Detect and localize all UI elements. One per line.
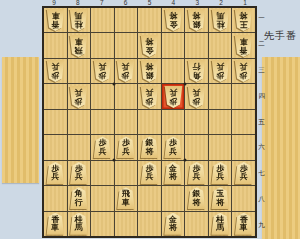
piece-sente-pawn[interactable]: 歩兵 [69, 162, 88, 184]
square-6f[interactable]: 歩兵 [115, 135, 138, 159]
square-9h[interactable] [44, 186, 67, 210]
piece-sente-lance[interactable]: 香車 [234, 213, 253, 235]
piece-sente-pawn[interactable]: 歩兵 [187, 162, 206, 184]
square-2a[interactable]: 桂馬 [209, 8, 232, 32]
square-9a[interactable]: 香車 [44, 8, 67, 32]
square-4h[interactable] [162, 186, 185, 210]
piece-sente-silver[interactable]: 銀将 [187, 187, 206, 209]
square-6d[interactable] [115, 84, 138, 108]
square-3h[interactable]: 銀将 [185, 186, 208, 210]
square-4g[interactable]: 金将 [162, 161, 185, 185]
square-1g[interactable]: 歩兵 [232, 161, 255, 185]
square-6c[interactable]: 歩兵 [115, 59, 138, 83]
square-6a[interactable] [115, 8, 138, 32]
square-2e[interactable] [209, 110, 232, 134]
square-7h[interactable] [91, 186, 114, 210]
square-7f[interactable]: 歩兵 [91, 135, 114, 159]
square-9d[interactable] [44, 84, 67, 108]
piece-sente-pawn[interactable]: 歩兵 [116, 136, 135, 158]
square-2c[interactable]: 歩兵 [209, 59, 232, 83]
square-1f[interactable] [232, 135, 255, 159]
piece-gote-pawn[interactable]: 歩兵 [164, 86, 183, 108]
shogi-board: 香車桂馬金将銀将桂馬王将飛車金将香車歩兵歩兵歩兵銀将角行歩兵歩兵歩兵歩兵歩兵歩兵… [42, 6, 257, 238]
piece-gote-pawn[interactable]: 歩兵 [116, 60, 135, 82]
square-2g[interactable]: 歩兵 [209, 161, 232, 185]
piece-sente-pawn[interactable]: 歩兵 [164, 136, 183, 158]
piece-sente-gold[interactable]: 金将 [164, 213, 183, 235]
piece-gote-knight[interactable]: 桂馬 [69, 9, 88, 31]
square-5b[interactable]: 金将 [138, 33, 161, 57]
square-8b[interactable]: 飛車 [68, 33, 91, 57]
piece-gote-pawn[interactable]: 歩兵 [234, 60, 253, 82]
square-4b[interactable] [162, 33, 185, 57]
piece-sente-gold[interactable]: 金将 [164, 162, 183, 184]
piece-gote-pawn[interactable]: 歩兵 [187, 86, 206, 108]
square-7c[interactable]: 歩兵 [91, 59, 114, 83]
piece-sente-knight[interactable]: 桂馬 [69, 213, 88, 235]
shogi-app: 987654321 一二三四五六七八九 香車桂馬金将銀将桂馬王将飛車金将香車歩兵… [0, 0, 300, 239]
square-8c[interactable] [68, 59, 91, 83]
square-3i[interactable] [185, 212, 208, 236]
piece-sente-pawn[interactable]: 歩兵 [211, 162, 230, 184]
square-2b[interactable] [209, 33, 232, 57]
rank-label: 七 [257, 161, 266, 187]
square-3e[interactable] [185, 110, 208, 134]
sente-komadai [262, 57, 300, 239]
square-5e[interactable] [138, 110, 161, 134]
square-2d[interactable] [209, 84, 232, 108]
rank-label: 九 [257, 212, 266, 238]
square-9g[interactable]: 歩兵 [44, 161, 67, 185]
hoshi-dot [183, 83, 186, 86]
rank-label: 六 [257, 135, 266, 161]
square-4f[interactable]: 歩兵 [162, 135, 185, 159]
square-8d[interactable]: 歩兵 [68, 84, 91, 108]
square-5f[interactable]: 銀将 [138, 135, 161, 159]
square-8f[interactable] [68, 135, 91, 159]
piece-sente-knight[interactable]: 桂馬 [211, 213, 230, 235]
piece-gote-silver[interactable]: 銀将 [187, 9, 206, 31]
hoshi-dot [113, 159, 116, 162]
turn-indicator: 先手番 [264, 29, 297, 43]
piece-sente-silver[interactable]: 銀将 [140, 136, 159, 158]
piece-gote-pawn[interactable]: 歩兵 [69, 86, 88, 108]
square-5c[interactable]: 銀将 [138, 59, 161, 83]
square-7i[interactable] [91, 212, 114, 236]
piece-gote-king[interactable]: 王将 [234, 9, 253, 31]
square-3g[interactable]: 歩兵 [185, 161, 208, 185]
square-2i[interactable]: 桂馬 [209, 212, 232, 236]
square-3a[interactable]: 銀将 [185, 8, 208, 32]
piece-sente-rook[interactable]: 飛車 [116, 187, 135, 209]
piece-gote-silver[interactable]: 銀将 [140, 60, 159, 82]
piece-sente-lance[interactable]: 香車 [46, 213, 65, 235]
square-1d[interactable] [232, 84, 255, 108]
piece-gote-pawn[interactable]: 歩兵 [140, 86, 159, 108]
gote-komadai [2, 57, 39, 183]
square-9c[interactable]: 歩兵 [44, 59, 67, 83]
piece-sente-pawn[interactable]: 歩兵 [234, 162, 253, 184]
square-3c[interactable]: 角行 [185, 59, 208, 83]
piece-gote-lance[interactable]: 香車 [46, 9, 65, 31]
rank-label: 四 [257, 83, 266, 109]
piece-gote-gold[interactable]: 金将 [140, 35, 159, 57]
square-7b[interactable] [91, 33, 114, 57]
square-4i[interactable]: 金将 [162, 212, 185, 236]
square-8a[interactable]: 桂馬 [68, 8, 91, 32]
rank-label: 一 [257, 6, 266, 32]
square-1b[interactable]: 香車 [232, 33, 255, 57]
square-7d[interactable] [91, 84, 114, 108]
piece-gote-pawn[interactable]: 歩兵 [93, 60, 112, 82]
square-3d[interactable]: 歩兵 [185, 84, 208, 108]
square-5a[interactable] [138, 8, 161, 32]
square-7a[interactable] [91, 8, 114, 32]
piece-sente-pawn[interactable]: 歩兵 [140, 162, 159, 184]
square-5h[interactable] [138, 186, 161, 210]
square-6g[interactable] [115, 161, 138, 185]
square-9e[interactable] [44, 110, 67, 134]
piece-sente-pawn[interactable]: 歩兵 [93, 136, 112, 158]
square-1c[interactable]: 歩兵 [232, 59, 255, 83]
piece-gote-pawn[interactable]: 歩兵 [211, 60, 230, 82]
square-5d[interactable]: 歩兵 [138, 84, 161, 108]
square-9i[interactable]: 香車 [44, 212, 67, 236]
rank-label: 五 [257, 109, 266, 135]
hoshi-dot [183, 159, 186, 162]
square-4d[interactable]: 歩兵 [162, 84, 185, 108]
square-7e[interactable] [91, 110, 114, 134]
square-4e[interactable] [162, 110, 185, 134]
square-1e[interactable] [232, 110, 255, 134]
square-4a[interactable]: 金将 [162, 8, 185, 32]
square-8h[interactable]: 角行 [68, 186, 91, 210]
rank-label: 八 [257, 186, 266, 212]
piece-gote-gold[interactable]: 金将 [164, 9, 183, 31]
square-1a[interactable]: 王将 [232, 8, 255, 32]
piece-gote-rook[interactable]: 飛車 [69, 35, 88, 57]
piece-sente-king[interactable]: 玉将 [211, 187, 230, 209]
piece-sente-pawn[interactable]: 歩兵 [46, 162, 65, 184]
square-3b[interactable] [185, 33, 208, 57]
piece-gote-bishop[interactable]: 角行 [187, 60, 206, 82]
square-6b[interactable] [115, 33, 138, 57]
square-6i[interactable] [115, 212, 138, 236]
piece-gote-pawn[interactable]: 歩兵 [46, 60, 65, 82]
square-8i[interactable]: 桂馬 [68, 212, 91, 236]
square-9b[interactable] [44, 33, 67, 57]
square-3f[interactable] [185, 135, 208, 159]
square-6h[interactable]: 飛車 [115, 186, 138, 210]
square-4c[interactable] [162, 59, 185, 83]
square-8e[interactable] [68, 110, 91, 134]
square-1h[interactable] [232, 186, 255, 210]
square-5i[interactable] [138, 212, 161, 236]
square-5g[interactable]: 歩兵 [138, 161, 161, 185]
square-8g[interactable]: 歩兵 [68, 161, 91, 185]
piece-sente-bishop[interactable]: 角行 [69, 187, 88, 209]
square-1i[interactable]: 香車 [232, 212, 255, 236]
square-9f[interactable] [44, 135, 67, 159]
hoshi-dot [113, 83, 116, 86]
square-7g[interactable] [91, 161, 114, 185]
square-2h[interactable]: 玉将 [209, 186, 232, 210]
square-6e[interactable] [115, 110, 138, 134]
piece-gote-knight[interactable]: 桂馬 [211, 9, 230, 31]
rank-label: 三 [257, 58, 266, 84]
square-2f[interactable] [209, 135, 232, 159]
piece-gote-lance[interactable]: 香車 [234, 35, 253, 57]
